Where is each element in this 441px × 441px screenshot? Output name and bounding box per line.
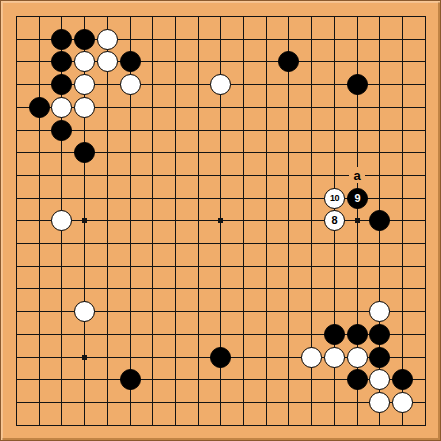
white-stone bbox=[369, 369, 390, 390]
white-stone bbox=[369, 301, 390, 322]
black-stone bbox=[74, 142, 95, 163]
white-stone bbox=[120, 74, 141, 95]
grid-line bbox=[16, 130, 426, 131]
black-stone bbox=[74, 29, 95, 50]
move-number: 8 bbox=[325, 211, 344, 230]
grid-line bbox=[16, 16, 426, 17]
grid-line bbox=[288, 16, 289, 426]
white-stone bbox=[210, 74, 231, 95]
black-stone bbox=[369, 210, 390, 231]
white-stone bbox=[97, 51, 118, 72]
black-stone bbox=[51, 29, 72, 50]
black-stone bbox=[51, 120, 72, 141]
black-stone bbox=[210, 347, 231, 368]
white-stone bbox=[74, 74, 95, 95]
black-stone bbox=[369, 324, 390, 345]
grid-line bbox=[16, 425, 426, 426]
white-stone bbox=[74, 51, 95, 72]
white-stone bbox=[301, 347, 322, 368]
grid-line bbox=[198, 16, 199, 426]
white-stone bbox=[392, 392, 413, 413]
black-stone bbox=[120, 369, 141, 390]
black-stone bbox=[120, 51, 141, 72]
grid-line bbox=[107, 16, 108, 426]
star-point bbox=[82, 218, 87, 223]
grid-line bbox=[16, 402, 426, 403]
go-board[interactable]: 9108a bbox=[0, 0, 441, 441]
white-stone bbox=[324, 347, 345, 368]
white-stone bbox=[97, 29, 118, 50]
grid-line bbox=[16, 16, 17, 426]
black-stone bbox=[51, 74, 72, 95]
grid-line bbox=[39, 16, 40, 426]
white-stone bbox=[74, 97, 95, 118]
board-grid: 9108a bbox=[16, 16, 426, 426]
grid-line bbox=[175, 16, 176, 426]
point-label: a bbox=[349, 167, 365, 183]
grid-line bbox=[243, 16, 244, 426]
grid-line bbox=[16, 288, 426, 289]
star-point bbox=[355, 218, 360, 223]
grid-line bbox=[16, 243, 426, 244]
star-point bbox=[218, 218, 223, 223]
black-stone bbox=[347, 369, 368, 390]
white-stone bbox=[347, 347, 368, 368]
black-stone bbox=[369, 347, 390, 368]
black-stone bbox=[29, 97, 50, 118]
black-stone bbox=[278, 51, 299, 72]
star-point bbox=[82, 355, 87, 360]
black-stone bbox=[392, 369, 413, 390]
black-stone bbox=[324, 324, 345, 345]
black-stone bbox=[347, 74, 368, 95]
grid-line bbox=[266, 16, 267, 426]
move-number: 10 bbox=[325, 189, 344, 208]
white-stone bbox=[51, 210, 72, 231]
move-number: 9 bbox=[348, 189, 367, 208]
grid-line bbox=[425, 16, 426, 426]
grid-line bbox=[16, 266, 426, 267]
grid-line bbox=[402, 16, 403, 426]
black-stone bbox=[347, 324, 368, 345]
black-stone bbox=[51, 51, 72, 72]
grid-line bbox=[152, 16, 153, 426]
white-stone bbox=[369, 392, 390, 413]
white-stone: 8 bbox=[324, 210, 345, 231]
black-stone: 9 bbox=[347, 188, 368, 209]
white-stone: 10 bbox=[324, 188, 345, 209]
white-stone bbox=[74, 301, 95, 322]
white-stone bbox=[51, 97, 72, 118]
